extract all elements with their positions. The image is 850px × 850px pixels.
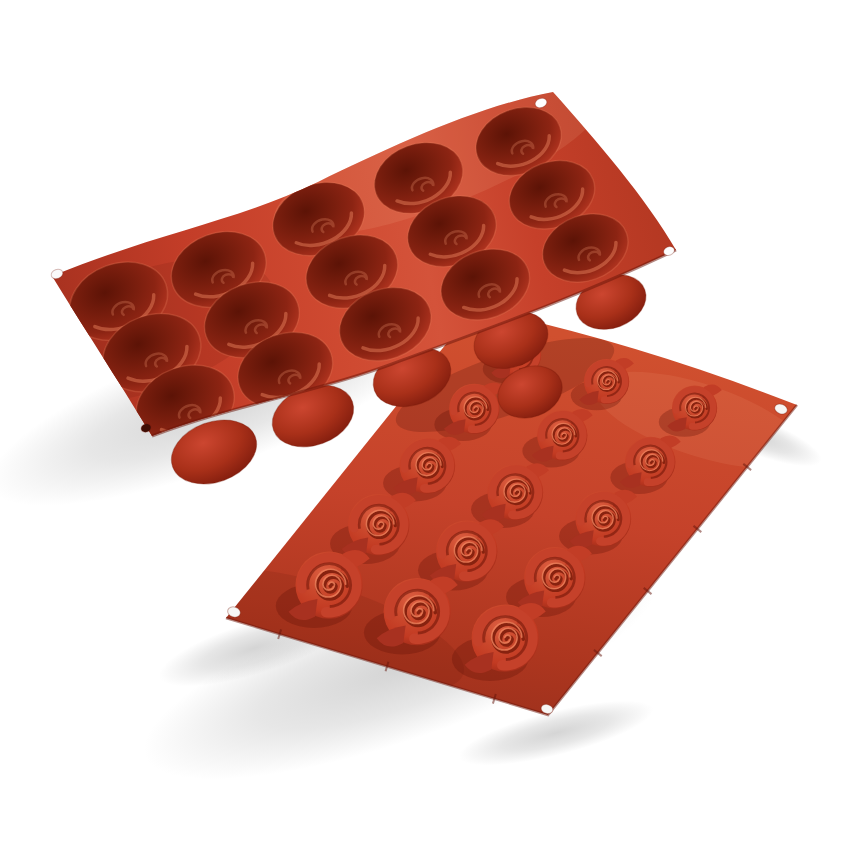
product-photo	[0, 0, 850, 850]
scene	[0, 0, 850, 850]
